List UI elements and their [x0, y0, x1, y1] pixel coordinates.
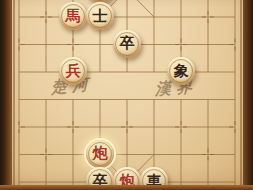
piece-red-cannon[interactable]: 炮: [86, 140, 114, 168]
piece-black-soldier[interactable]: 卒: [113, 30, 141, 58]
piece-glyph: 馬: [66, 9, 81, 24]
piece-glyph: 兵: [66, 64, 81, 79]
piece-red-soldier[interactable]: 兵: [59, 57, 87, 85]
board-frame-right: [243, 0, 253, 190]
piece-red-horse[interactable]: 馬: [59, 2, 87, 30]
piece-glyph: 象: [174, 64, 189, 79]
piece-glyph: 炮: [93, 146, 108, 161]
board-frame-bottom: [0, 185, 253, 190]
piece-glyph: 士: [93, 9, 108, 24]
piece-black-elephant[interactable]: 象: [167, 57, 195, 85]
piece-glyph: 卒: [120, 36, 135, 51]
xiangqi-board[interactable]: 楚河 漢界 將馬士卒兵象炮卒炮車: [0, 0, 253, 190]
board-frame-left: [0, 0, 12, 190]
piece-black-advisor[interactable]: 士: [86, 2, 114, 30]
pieces-layer: 將馬士卒兵象炮卒炮車: [0, 0, 253, 190]
